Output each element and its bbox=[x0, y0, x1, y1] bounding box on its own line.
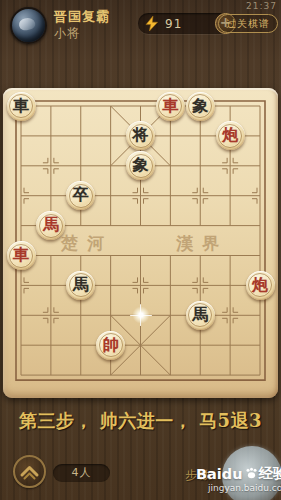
piece-glyph: 炮 bbox=[222, 125, 238, 146]
player-rank: 小将 bbox=[54, 27, 110, 39]
players-count-badge[interactable]: 4人 bbox=[53, 464, 110, 482]
piece-glyph: 炮 bbox=[252, 275, 268, 296]
piece-black-馬[interactable]: 馬 bbox=[186, 301, 215, 330]
piece-black-象[interactable]: 象 bbox=[186, 92, 215, 121]
player-info: 晋国复霸 小将 bbox=[54, 10, 110, 39]
piece-glyph: 象 bbox=[192, 96, 208, 117]
piece-glyph: 車 bbox=[162, 96, 178, 117]
move-annotation: 第三步， 帅六进一， 马5退3 bbox=[0, 409, 281, 433]
watermark-brand-right: 经验 bbox=[259, 464, 281, 483]
piece-glyph: 将 bbox=[133, 125, 149, 146]
move-highlight-sparkle bbox=[132, 306, 150, 324]
paw-icon bbox=[245, 467, 258, 480]
piece-glyph: 馬 bbox=[192, 305, 208, 326]
watermark-url: jingyan.baidu.com bbox=[208, 483, 281, 493]
xiangqi-board[interactable]: 楚河 漢界 車車象将炮象卒馬車馬炮馬帥 bbox=[3, 88, 278, 398]
river-label-left: 楚河 bbox=[51, 232, 123, 255]
piece-glyph: 車 bbox=[13, 245, 29, 266]
watermark-brand-left: Baidu bbox=[196, 466, 243, 482]
piece-red-車[interactable]: 車 bbox=[156, 92, 185, 121]
player-avatar[interactable] bbox=[10, 7, 47, 44]
piece-glyph: 帥 bbox=[103, 335, 119, 356]
chevron-up-icon bbox=[15, 457, 44, 486]
energy-value: 91 bbox=[165, 17, 182, 31]
lightning-icon bbox=[145, 16, 159, 31]
clock-time: 21:37 bbox=[246, 1, 277, 11]
piece-glyph: 車 bbox=[13, 96, 29, 117]
expand-panel-button[interactable] bbox=[13, 455, 46, 488]
piece-glyph: 馬 bbox=[73, 275, 89, 296]
river-label-right: 漢界 bbox=[166, 232, 238, 255]
piece-red-車[interactable]: 車 bbox=[7, 241, 36, 270]
piece-glyph: 馬 bbox=[43, 215, 59, 236]
piece-red-帥[interactable]: 帥 bbox=[96, 331, 125, 360]
piece-red-炮[interactable]: 炮 bbox=[246, 271, 275, 300]
piece-glyph: 卒 bbox=[73, 185, 89, 206]
kifu-button[interactable]: 过关棋谱 bbox=[218, 14, 278, 33]
piece-glyph: 象 bbox=[133, 155, 149, 176]
piece-red-炮[interactable]: 炮 bbox=[216, 121, 245, 150]
watermark-brand: Baidu 经验 bbox=[196, 464, 281, 483]
piece-black-車[interactable]: 車 bbox=[7, 92, 36, 121]
level-title: 晋国复霸 bbox=[54, 10, 110, 23]
app-screen: 21:37 晋国复霸 小将 91 + 过关棋谱 楚河 漢界 車車象将炮象卒馬車馬… bbox=[0, 0, 281, 500]
piece-black-馬[interactable]: 馬 bbox=[66, 271, 95, 300]
